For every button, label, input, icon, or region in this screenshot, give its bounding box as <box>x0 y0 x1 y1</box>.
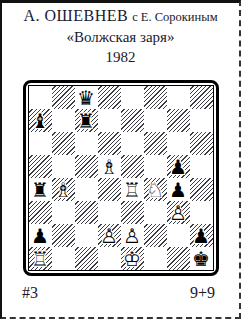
square-c6 <box>75 132 98 155</box>
black-king-icon: ♚ <box>192 249 210 269</box>
square-b8 <box>52 86 75 109</box>
square-e7 <box>121 109 144 132</box>
square-h5 <box>190 155 213 178</box>
black-pawn-icon: ♟ <box>192 226 210 246</box>
stipulation-label: #3 <box>22 284 38 302</box>
square-f8 <box>144 86 167 109</box>
square-h2: ♟♟ <box>190 224 213 247</box>
black-queen-c8: ♛♛ <box>75 86 98 109</box>
square-c8: ♛♛ <box>75 86 98 109</box>
piece-count-label: 9+9 <box>190 284 215 302</box>
square-h1: ♚♚ <box>190 247 213 270</box>
white-rook-e4: ♜♖ <box>121 178 144 201</box>
square-d1 <box>98 247 121 270</box>
square-d4 <box>98 178 121 201</box>
square-c2 <box>75 224 98 247</box>
square-g4: ♟♟ <box>167 178 190 201</box>
black-pawn-h2: ♟♟ <box>190 224 213 247</box>
square-d3 <box>98 201 121 224</box>
square-g5: ♟♟ <box>167 155 190 178</box>
white-pawn-e2: ♟♙ <box>121 224 144 247</box>
square-f5 <box>144 155 167 178</box>
square-b5 <box>52 155 75 178</box>
black-rook-a4: ♜♜ <box>29 178 52 201</box>
chess-board-inner-border: ♛♛♝♝♜♜♝♗♟♟♜♜♝♗♜♖♞♘♟♟♟♙♟♟♟♙♟♙♟♟♜♖♚♔♚♚ <box>28 85 214 271</box>
white-pawn-icon: ♙ <box>123 226 141 246</box>
square-h7 <box>190 109 213 132</box>
square-e1: ♚♔ <box>121 247 144 270</box>
white-knight-icon: ♘ <box>146 180 164 200</box>
white-bishop-d5: ♝♗ <box>98 155 121 178</box>
square-c5 <box>75 155 98 178</box>
black-king-h1: ♚♚ <box>190 247 213 270</box>
white-bishop-icon: ♗ <box>100 157 118 177</box>
square-b1 <box>52 247 75 270</box>
square-h8 <box>190 86 213 109</box>
white-bishop-icon: ♗ <box>54 180 72 200</box>
square-g2 <box>167 224 190 247</box>
square-a6 <box>29 132 52 155</box>
black-pawn-g4: ♟♟ <box>167 178 190 201</box>
coauthor-name: с Е. Сорокиным <box>132 10 217 24</box>
square-a4: ♜♜ <box>29 178 52 201</box>
problem-card: А. ОШЕВНЕВ с Е. Сорокиным «Волжская заря… <box>0 0 241 319</box>
square-b7 <box>52 109 75 132</box>
white-pawn-d2: ♟♙ <box>98 224 121 247</box>
header: А. ОШЕВНЕВ с Е. Сорокиным «Волжская заря… <box>2 3 239 66</box>
square-d5: ♝♗ <box>98 155 121 178</box>
square-f1 <box>144 247 167 270</box>
square-g3: ♟♙ <box>167 201 190 224</box>
black-pawn-icon: ♟ <box>169 180 187 200</box>
white-pawn-g3: ♟♙ <box>167 201 190 224</box>
black-rook-icon: ♜ <box>31 180 49 200</box>
white-pawn-icon: ♙ <box>100 226 118 246</box>
black-pawn-icon: ♟ <box>31 226 49 246</box>
white-knight-f4: ♞♘ <box>144 178 167 201</box>
black-rook-icon: ♜ <box>77 111 95 131</box>
square-f7 <box>144 109 167 132</box>
white-king-icon: ♔ <box>123 249 141 269</box>
square-g6 <box>167 132 190 155</box>
square-e6 <box>121 132 144 155</box>
black-bishop-icon: ♝ <box>31 111 49 131</box>
square-b4: ♝♗ <box>52 178 75 201</box>
chess-board-frame: ♛♛♝♝♜♜♝♗♟♟♜♜♝♗♜♖♞♘♟♟♟♙♟♟♟♙♟♙♟♟♜♖♚♔♚♚ <box>23 80 219 276</box>
square-d2: ♟♙ <box>98 224 121 247</box>
white-bishop-b4: ♝♗ <box>52 178 75 201</box>
black-pawn-g5: ♟♟ <box>167 155 190 178</box>
square-e2: ♟♙ <box>121 224 144 247</box>
square-d6 <box>98 132 121 155</box>
square-d8 <box>98 86 121 109</box>
square-b2 <box>52 224 75 247</box>
square-g8 <box>167 86 190 109</box>
author-name: А. ОШЕВНЕВ <box>23 7 128 24</box>
white-rook-a1: ♜♖ <box>29 247 52 270</box>
chess-board: ♛♛♝♝♜♜♝♗♟♟♜♜♝♗♜♖♞♘♟♟♟♙♟♟♟♙♟♙♟♟♜♖♚♔♚♚ <box>29 86 213 270</box>
square-f2 <box>144 224 167 247</box>
square-a3 <box>29 201 52 224</box>
square-h4 <box>190 178 213 201</box>
publication-year: 1982 <box>2 48 239 66</box>
square-h3 <box>190 201 213 224</box>
square-a1: ♜♖ <box>29 247 52 270</box>
black-pawn-a2: ♟♟ <box>29 224 52 247</box>
square-c7: ♜♜ <box>75 109 98 132</box>
square-b6 <box>52 132 75 155</box>
square-c3 <box>75 201 98 224</box>
square-a7: ♝♝ <box>29 109 52 132</box>
square-a5 <box>29 155 52 178</box>
square-g1 <box>167 247 190 270</box>
black-bishop-a7: ♝♝ <box>29 109 52 132</box>
author-line: А. ОШЕВНЕВ с Е. Сорокиным <box>2 6 239 25</box>
square-e8 <box>121 86 144 109</box>
square-d7 <box>98 109 121 132</box>
square-e5 <box>121 155 144 178</box>
square-f6 <box>144 132 167 155</box>
source-title: «Волжская заря» <box>2 28 239 46</box>
square-b3 <box>52 201 75 224</box>
square-c1 <box>75 247 98 270</box>
black-rook-c7: ♜♜ <box>75 109 98 132</box>
square-g7 <box>167 109 190 132</box>
white-rook-icon: ♖ <box>123 180 141 200</box>
square-e4: ♜♖ <box>121 178 144 201</box>
white-rook-icon: ♖ <box>31 249 49 269</box>
white-pawn-icon: ♙ <box>169 203 187 223</box>
square-h6 <box>190 132 213 155</box>
white-king-e1: ♚♔ <box>121 247 144 270</box>
black-pawn-icon: ♟ <box>169 157 187 177</box>
square-e3 <box>121 201 144 224</box>
black-queen-icon: ♛ <box>77 88 95 108</box>
caption-row: #3 9+9 <box>2 276 239 302</box>
square-a2: ♟♟ <box>29 224 52 247</box>
square-f3 <box>144 201 167 224</box>
square-c4 <box>75 178 98 201</box>
square-a8 <box>29 86 52 109</box>
square-f4: ♞♘ <box>144 178 167 201</box>
